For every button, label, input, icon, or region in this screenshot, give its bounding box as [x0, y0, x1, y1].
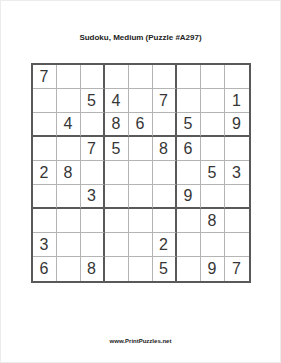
cell-r4c3: 7 — [81, 137, 105, 161]
cell-r9c1: 6 — [33, 257, 57, 281]
cell-r2c4: 4 — [105, 89, 129, 113]
cell-r5c4[interactable] — [105, 161, 129, 185]
cell-r1c6[interactable] — [153, 65, 177, 89]
footer-url: www.PrintPuzzles.net — [1, 338, 280, 344]
cell-r1c8[interactable] — [201, 65, 225, 89]
cell-r6c1[interactable] — [33, 185, 57, 209]
cell-r9c9: 7 — [225, 257, 249, 281]
cell-r8c7[interactable] — [177, 233, 201, 257]
cell-r7c5[interactable] — [129, 209, 153, 233]
cell-r6c9[interactable] — [225, 185, 249, 209]
cell-r7c6[interactable] — [153, 209, 177, 233]
cell-r6c6[interactable] — [153, 185, 177, 209]
cell-r3c1[interactable] — [33, 113, 57, 137]
cell-r1c9[interactable] — [225, 65, 249, 89]
cell-r5c3[interactable] — [81, 161, 105, 185]
sudoku-grid: 7547148659758628533983268597 — [31, 63, 251, 283]
cell-r7c2[interactable] — [57, 209, 81, 233]
cell-r8c8[interactable] — [201, 233, 225, 257]
cell-r8c9[interactable] — [225, 233, 249, 257]
cell-r3c6[interactable] — [153, 113, 177, 137]
cell-r7c9[interactable] — [225, 209, 249, 233]
cell-r7c7[interactable] — [177, 209, 201, 233]
cell-r2c2[interactable] — [57, 89, 81, 113]
cell-r8c4[interactable] — [105, 233, 129, 257]
cell-r2c8[interactable] — [201, 89, 225, 113]
cell-r5c6[interactable] — [153, 161, 177, 185]
cell-r9c3: 8 — [81, 257, 105, 281]
cell-r7c8: 8 — [201, 209, 225, 233]
cell-r5c5[interactable] — [129, 161, 153, 185]
cell-r6c3: 3 — [81, 185, 105, 209]
cell-r4c4: 5 — [105, 137, 129, 161]
cell-r4c1[interactable] — [33, 137, 57, 161]
cell-r6c5[interactable] — [129, 185, 153, 209]
cell-r5c8: 5 — [201, 161, 225, 185]
cell-r3c9: 9 — [225, 113, 249, 137]
cell-r9c8: 9 — [201, 257, 225, 281]
puzzle-page: Sudoku, Medium (Puzzle #A297) 7547148659… — [0, 0, 281, 363]
cell-r8c3[interactable] — [81, 233, 105, 257]
cell-r1c4[interactable] — [105, 65, 129, 89]
cell-r4c8[interactable] — [201, 137, 225, 161]
cell-r9c7[interactable] — [177, 257, 201, 281]
cell-r5c1: 2 — [33, 161, 57, 185]
cell-r7c1[interactable] — [33, 209, 57, 233]
cell-r1c3[interactable] — [81, 65, 105, 89]
cell-r1c7[interactable] — [177, 65, 201, 89]
cell-r3c2: 4 — [57, 113, 81, 137]
cell-r4c7: 6 — [177, 137, 201, 161]
cell-r5c2: 8 — [57, 161, 81, 185]
cell-r5c7[interactable] — [177, 161, 201, 185]
cell-r8c5[interactable] — [129, 233, 153, 257]
cell-r2c1[interactable] — [33, 89, 57, 113]
cell-r8c1: 3 — [33, 233, 57, 257]
cell-r7c3[interactable] — [81, 209, 105, 233]
cell-r8c2[interactable] — [57, 233, 81, 257]
cell-r6c8[interactable] — [201, 185, 225, 209]
cell-r2c5[interactable] — [129, 89, 153, 113]
cell-r6c7: 9 — [177, 185, 201, 209]
cell-r9c6: 5 — [153, 257, 177, 281]
cell-r4c5[interactable] — [129, 137, 153, 161]
cell-r9c4[interactable] — [105, 257, 129, 281]
cell-r6c2[interactable] — [57, 185, 81, 209]
cell-r5c9: 3 — [225, 161, 249, 185]
cell-r7c4[interactable] — [105, 209, 129, 233]
cell-r8c6: 2 — [153, 233, 177, 257]
cell-r3c5: 6 — [129, 113, 153, 137]
cell-r3c4: 8 — [105, 113, 129, 137]
cell-r9c2[interactable] — [57, 257, 81, 281]
cell-r2c9: 1 — [225, 89, 249, 113]
cell-r9c5[interactable] — [129, 257, 153, 281]
cell-r2c6: 7 — [153, 89, 177, 113]
cell-r4c6: 8 — [153, 137, 177, 161]
cell-r2c3: 5 — [81, 89, 105, 113]
cell-r4c9[interactable] — [225, 137, 249, 161]
cell-r3c8[interactable] — [201, 113, 225, 137]
cell-r2c7[interactable] — [177, 89, 201, 113]
cell-r4c2[interactable] — [57, 137, 81, 161]
cell-r3c3[interactable] — [81, 113, 105, 137]
cell-r3c7: 5 — [177, 113, 201, 137]
cell-r1c1: 7 — [33, 65, 57, 89]
puzzle-title: Sudoku, Medium (Puzzle #A297) — [1, 1, 280, 43]
cell-r1c5[interactable] — [129, 65, 153, 89]
cell-r6c4[interactable] — [105, 185, 129, 209]
cell-r1c2[interactable] — [57, 65, 81, 89]
